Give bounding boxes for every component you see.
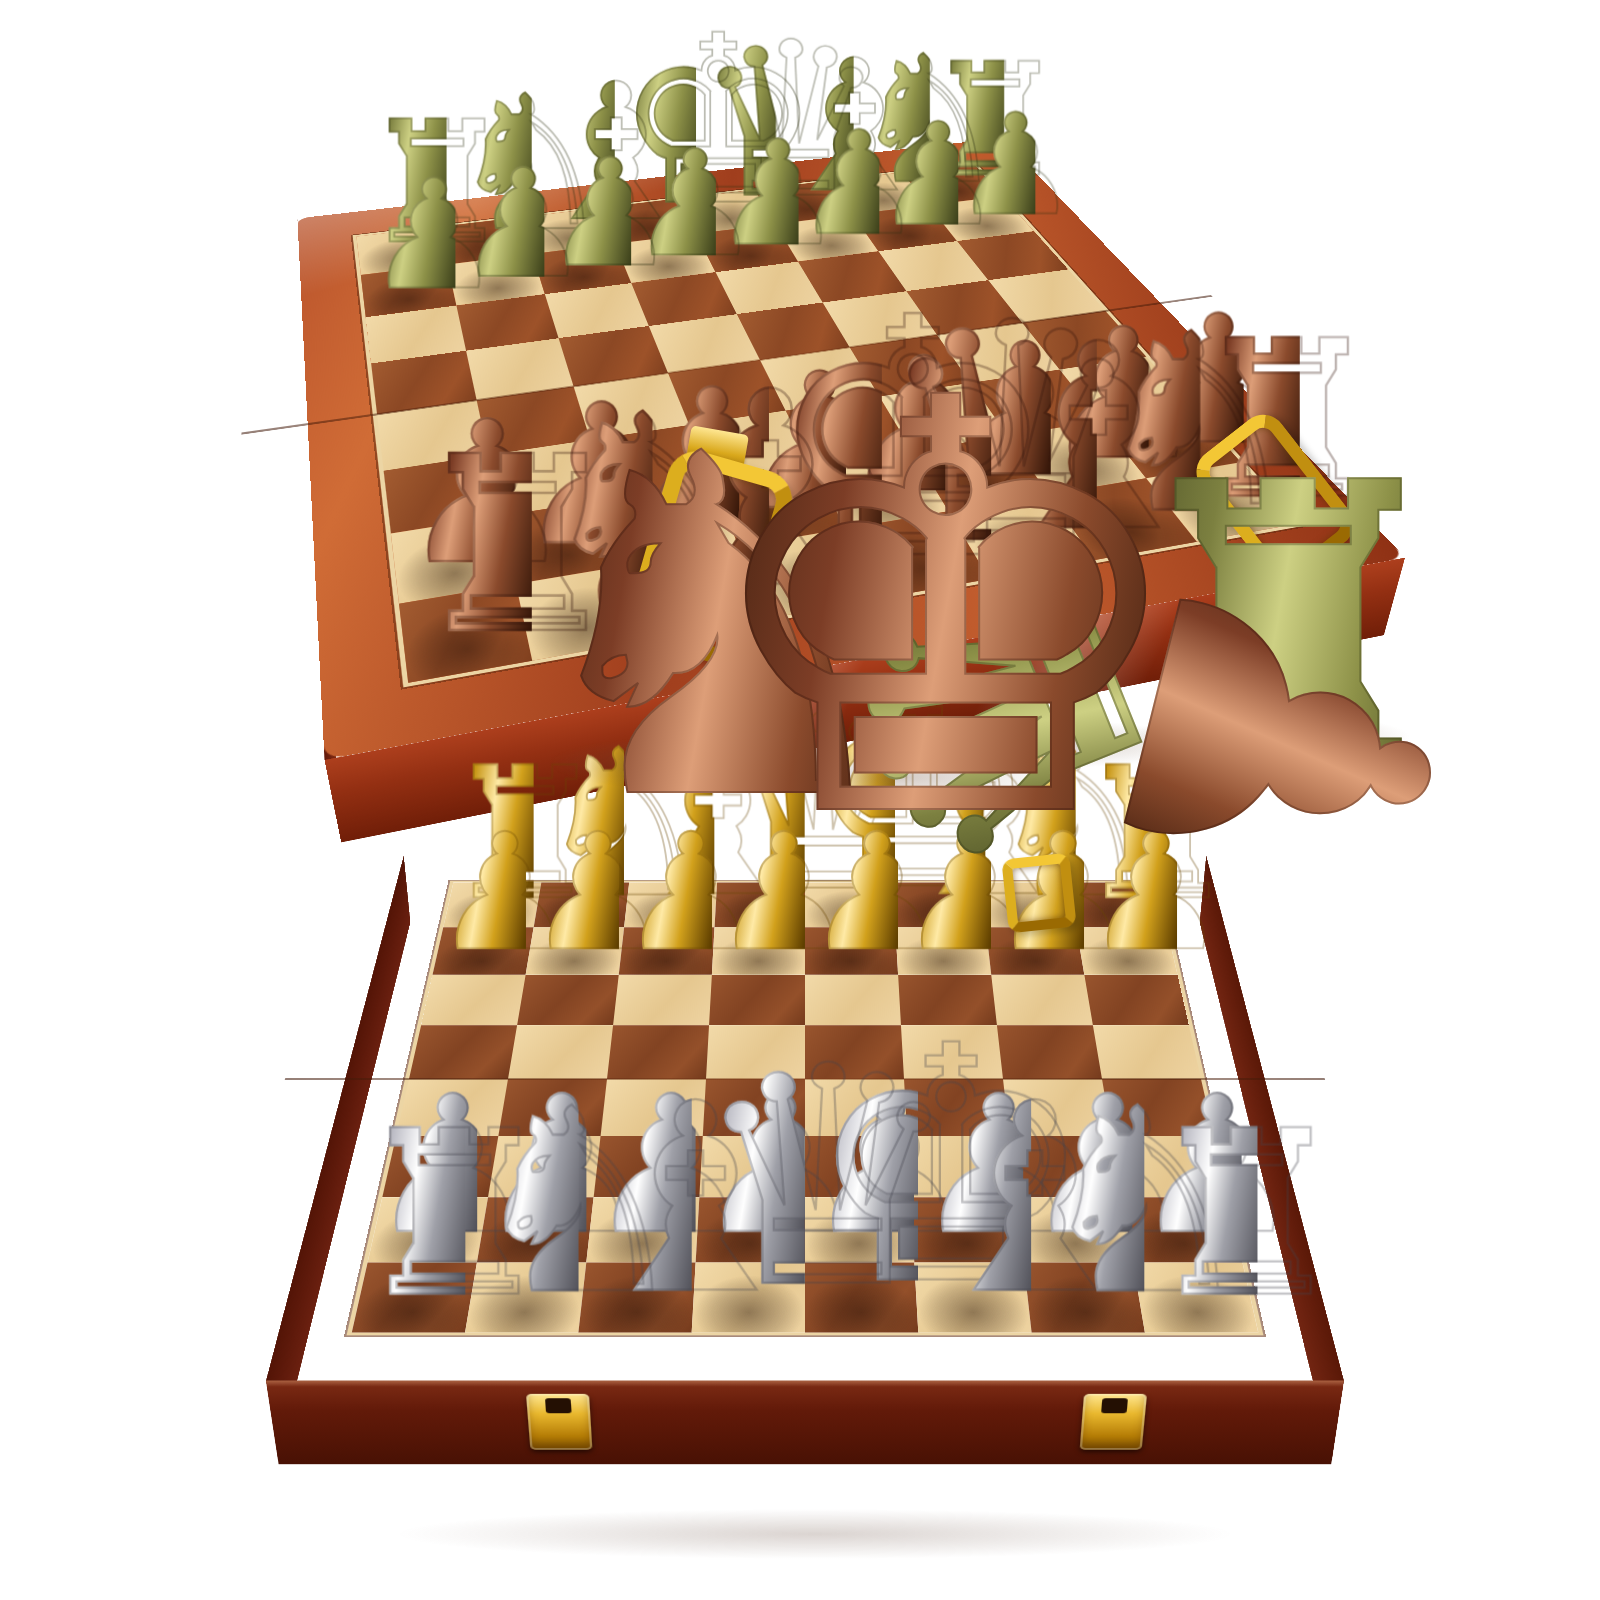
square-g1: ♞: [1024, 1262, 1145, 1332]
square-a6: [421, 975, 526, 1025]
square-h6: [1084, 975, 1189, 1025]
loose-copper-king: ♚: [690, 327, 1201, 897]
silver-rook: ♜: [1144, 1102, 1257, 1330]
square-b6: [517, 975, 619, 1025]
silver-queen: ♛: [692, 1027, 805, 1330]
silver-rook: ♜: [352, 1102, 465, 1330]
gold-latch-clasp-right-icon: [1080, 1394, 1147, 1450]
square-a7: ♟: [433, 927, 534, 975]
square-a1: ♜: [352, 1262, 477, 1332]
gold-latch-clasp-left-icon: [526, 1394, 592, 1450]
square-d1: ♛: [692, 1262, 805, 1332]
chessboard-grid-bottom: ♜♞♝♛♚♝♞♜♟♟♟♟♟♟♟♟♟♟♟♟♟♟♟♟♜♞♝♛♚♝♞♜: [347, 881, 1264, 1336]
table-shadow: [380, 1508, 1250, 1560]
silver-knight: ♞: [1031, 1075, 1144, 1329]
square-h1: ♜: [1133, 1262, 1258, 1332]
board-front-edge-bottom: [266, 1380, 1344, 1464]
product-photo: ♜♞♝♚♛♝♞♜♟♟♟♟♟♟♟♟♟♟♟♟♟♟♟♟♜♞♝♚♛♝♞♜ ♞♚♛♜♟ ♜…: [0, 0, 1600, 1600]
square-b7: ♟: [526, 927, 624, 975]
